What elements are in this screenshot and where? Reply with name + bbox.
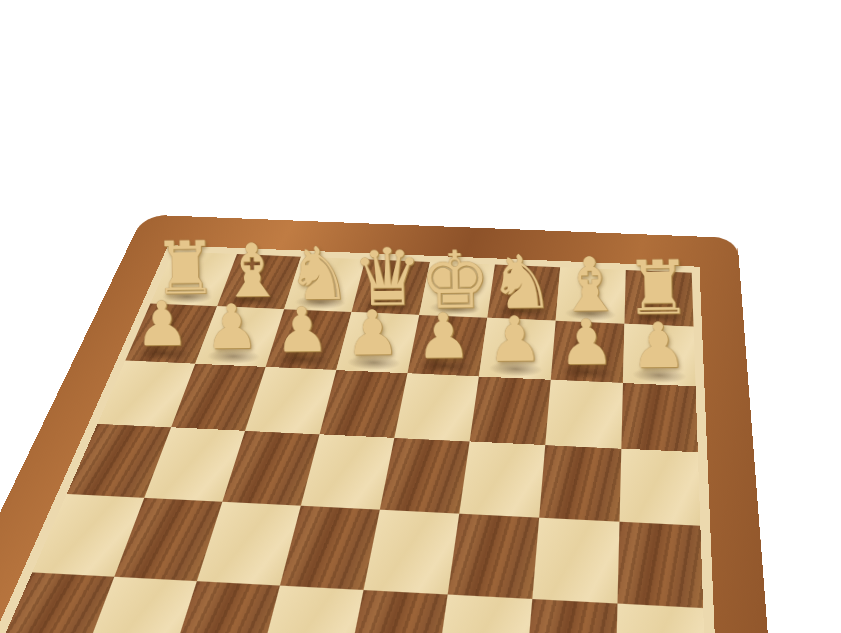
white-pawn-a2[interactable]: ♟	[622, 306, 696, 385]
square-b5[interactable]	[532, 518, 619, 604]
square-b6[interactable]	[525, 599, 618, 633]
square-a6[interactable]	[615, 604, 706, 633]
square-d5[interactable]	[364, 510, 460, 595]
square-a5[interactable]	[617, 522, 703, 608]
square-a3[interactable]	[621, 383, 698, 452]
square-c6[interactable]	[435, 594, 533, 633]
perspective-scene: ♜♝♞♛♚♞♝♜♟♟♟♟♟♟♟♟♟♟♟♟♟♟♞♚♛♞♝♜	[0, 0, 841, 633]
square-e4[interactable]	[301, 434, 395, 509]
square-g4[interactable]	[144, 427, 245, 502]
white-pawn-f2[interactable]: ♟	[266, 291, 338, 369]
square-b2[interactable]: ♟	[551, 321, 625, 383]
photo-stage: ♜♝♞♛♚♞♝♜♟♟♟♟♟♟♟♟♟♟♟♟♟♟♞♚♛♞♝♜	[0, 0, 841, 633]
square-c5[interactable]	[448, 514, 539, 599]
white-pawn-c2[interactable]: ♟	[478, 300, 551, 378]
maple-border-strip: ♜♝♞♛♚♞♝♜♟♟♟♟♟♟♟♟♟♟♟♟♟♟♞♚♛♞♝♜	[0, 245, 728, 633]
white-pawn-g2[interactable]: ♟	[196, 288, 268, 365]
square-c2[interactable]: ♟	[479, 318, 556, 380]
square-b4[interactable]	[539, 445, 621, 522]
square-b3[interactable]	[545, 380, 623, 449]
white-pawn-e2[interactable]: ♟	[336, 294, 408, 372]
square-e3[interactable]	[320, 370, 408, 438]
square-h3[interactable]	[98, 361, 196, 428]
board-grid: ♜♝♞♛♚♞♝♜♟♟♟♟♟♟♟♟♟♟♟♟♟♟♞♚♛♞♝♜	[0, 251, 714, 633]
square-a2[interactable]: ♟	[623, 324, 696, 387]
square-d2[interactable]: ♟	[407, 315, 487, 377]
board-frame: ♜♝♞♛♚♞♝♜♟♟♟♟♟♟♟♟♟♟♟♟♟♟♞♚♛♞♝♜	[0, 215, 799, 633]
chess-board: ♜♝♞♛♚♞♝♜♟♟♟♟♟♟♟♟♟♟♟♟♟♟♞♚♛♞♝♜	[0, 215, 799, 633]
square-a4[interactable]	[620, 449, 701, 526]
white-pawn-d2[interactable]: ♟	[407, 297, 480, 375]
square-c3[interactable]	[470, 377, 551, 446]
white-pawn-h2[interactable]: ♟	[126, 285, 197, 362]
square-c4[interactable]	[459, 441, 545, 517]
white-pawn-b2[interactable]: ♟	[550, 303, 624, 381]
square-d4[interactable]	[380, 438, 470, 514]
square-d3[interactable]	[394, 373, 479, 441]
